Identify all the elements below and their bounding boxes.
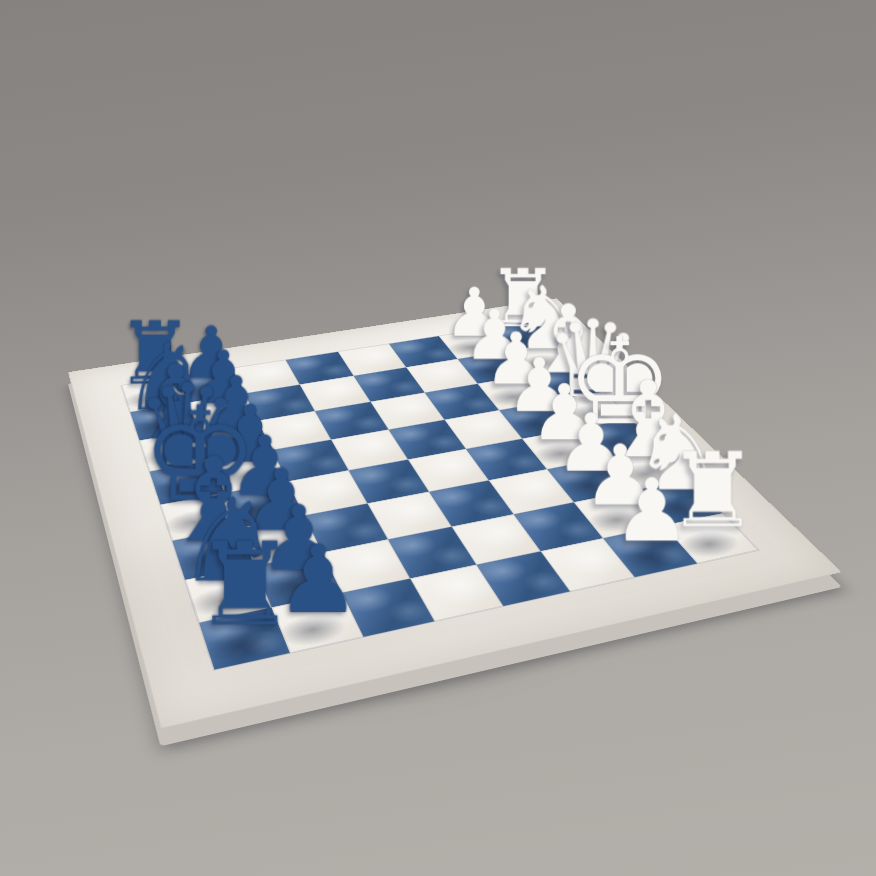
photo-scene: ♜♟♟♜♞♟♟♞♝♟♟♝♛♟♟♛♚♟♟♚♝♟♟♝♞♟♟♞♜♟♟♜: [0, 0, 876, 876]
square-h8[interactable]: ♜: [199, 608, 290, 670]
chess-board: ♜♟♟♜♞♟♟♞♝♟♟♝♛♟♟♛♚♟♟♚♝♟♟♝♞♟♟♞♜♟♟♜: [108, 160, 708, 760]
square-h2[interactable]: ♟: [603, 526, 697, 578]
blue-rook-h8[interactable]: ♜: [169, 525, 321, 640]
white-pawn-h2[interactable]: ♟: [582, 466, 720, 553]
